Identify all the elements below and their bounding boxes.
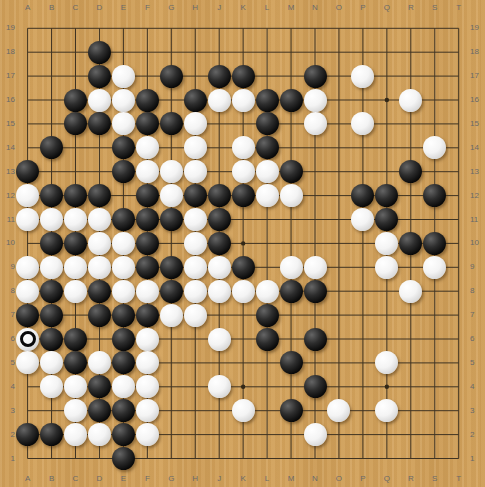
stone-black-G8	[160, 280, 183, 303]
stone-black-S10	[423, 232, 446, 255]
stone-white-H14	[184, 136, 207, 159]
stone-white-R16	[399, 89, 422, 112]
stone-black-E2	[112, 423, 135, 446]
stone-white-E16	[112, 89, 135, 112]
stone-black-E6	[112, 328, 135, 351]
column-label-top: R	[402, 3, 420, 13]
stone-white-F13	[136, 160, 159, 183]
stone-black-F12	[136, 184, 159, 207]
stone-black-D17	[88, 65, 111, 88]
row-label-left: 11	[1, 215, 15, 225]
stone-black-K9	[232, 256, 255, 279]
row-label-left: 7	[1, 310, 15, 320]
stone-black-B2	[40, 423, 63, 446]
stone-white-K8	[232, 280, 255, 303]
column-label-bottom: R	[402, 474, 420, 484]
column-label-bottom: L	[258, 474, 276, 484]
stone-white-F6	[136, 328, 159, 351]
stone-black-B12	[40, 184, 63, 207]
stone-black-M13	[280, 160, 303, 183]
stone-black-L14	[256, 136, 279, 159]
row-label-right: 13	[470, 167, 484, 177]
column-label-top: F	[138, 3, 156, 13]
stone-white-H15	[184, 112, 207, 135]
column-label-bottom: D	[90, 474, 108, 484]
stone-black-D8	[88, 280, 111, 303]
stone-black-C10	[64, 232, 87, 255]
row-label-left: 5	[1, 358, 15, 368]
row-label-right: 15	[470, 119, 484, 129]
stone-black-E11	[112, 208, 135, 231]
stone-white-S9	[423, 256, 446, 279]
column-label-top: H	[186, 3, 204, 13]
stone-white-H9	[184, 256, 207, 279]
column-label-top: M	[282, 3, 300, 13]
column-label-top: P	[354, 3, 372, 13]
stone-black-K17	[232, 65, 255, 88]
stone-black-F7	[136, 304, 159, 327]
stone-white-K14	[232, 136, 255, 159]
stone-white-A9	[16, 256, 39, 279]
stone-white-L12	[256, 184, 279, 207]
stone-white-marked-A6	[16, 328, 39, 351]
column-label-top: K	[234, 3, 252, 13]
stone-black-J12	[208, 184, 231, 207]
row-label-left: 4	[1, 382, 15, 392]
column-label-bottom: H	[186, 474, 204, 484]
stone-white-E8	[112, 280, 135, 303]
stone-white-K13	[232, 160, 255, 183]
stone-white-J9	[208, 256, 231, 279]
row-label-right: 4	[470, 382, 484, 392]
column-label-top: G	[162, 3, 180, 13]
row-label-right: 5	[470, 358, 484, 368]
go-board[interactable]: AABBCCDDEEFFGGHHJJKKLLMMNNOOPPQQRRSSTT19…	[0, 0, 485, 487]
row-label-right: 7	[470, 310, 484, 320]
stone-black-C12	[64, 184, 87, 207]
stone-black-F11	[136, 208, 159, 231]
stone-white-H7	[184, 304, 207, 327]
row-label-left: 14	[1, 143, 15, 153]
stone-white-G13	[160, 160, 183, 183]
stone-black-J10	[208, 232, 231, 255]
row-label-left: 3	[1, 406, 15, 416]
row-label-right: 8	[470, 286, 484, 296]
row-label-left: 6	[1, 334, 15, 344]
stone-white-B11	[40, 208, 63, 231]
stone-black-J11	[208, 208, 231, 231]
stone-white-J8	[208, 280, 231, 303]
stone-black-B6	[40, 328, 63, 351]
stone-white-M12	[280, 184, 303, 207]
row-label-right: 1	[470, 454, 484, 464]
row-label-left: 9	[1, 262, 15, 272]
stone-white-F4	[136, 375, 159, 398]
stone-black-C16	[64, 89, 87, 112]
column-label-bottom: P	[354, 474, 372, 484]
stone-white-D11	[88, 208, 111, 231]
stone-black-H12	[184, 184, 207, 207]
star-point	[385, 385, 389, 389]
row-label-left: 13	[1, 167, 15, 177]
stone-black-G11	[160, 208, 183, 231]
stone-white-K3	[232, 399, 255, 422]
stone-white-G7	[160, 304, 183, 327]
row-label-left: 15	[1, 119, 15, 129]
star-point	[241, 385, 245, 389]
stone-white-G12	[160, 184, 183, 207]
stone-white-C11	[64, 208, 87, 231]
stone-black-E1	[112, 447, 135, 470]
stone-black-M5	[280, 351, 303, 374]
column-label-top: E	[114, 3, 132, 13]
row-label-left: 2	[1, 430, 15, 440]
stone-white-E10	[112, 232, 135, 255]
row-label-right: 17	[470, 71, 484, 81]
stone-white-F3	[136, 399, 159, 422]
row-label-left: 12	[1, 191, 15, 201]
stone-white-C9	[64, 256, 87, 279]
column-label-bottom: S	[426, 474, 444, 484]
stone-black-N8	[304, 280, 327, 303]
column-label-bottom: F	[138, 474, 156, 484]
stone-white-D9	[88, 256, 111, 279]
stone-white-A11	[16, 208, 39, 231]
stone-white-D16	[88, 89, 111, 112]
stone-black-B8	[40, 280, 63, 303]
column-label-bottom: G	[162, 474, 180, 484]
column-label-bottom: T	[450, 474, 468, 484]
stone-black-G9	[160, 256, 183, 279]
stone-white-N16	[304, 89, 327, 112]
column-label-top: O	[330, 3, 348, 13]
stone-white-N15	[304, 112, 327, 135]
stone-black-L6	[256, 328, 279, 351]
stone-white-F14	[136, 136, 159, 159]
stone-black-C6	[64, 328, 87, 351]
stone-white-P17	[351, 65, 374, 88]
row-label-left: 8	[1, 286, 15, 296]
row-label-left: 16	[1, 95, 15, 105]
stone-black-F10	[136, 232, 159, 255]
column-label-top: C	[67, 3, 85, 13]
row-label-right: 14	[470, 143, 484, 153]
stone-white-D2	[88, 423, 111, 446]
column-label-top: Q	[378, 3, 396, 13]
stone-white-J6	[208, 328, 231, 351]
row-label-right: 19	[470, 23, 484, 33]
stone-black-J17	[208, 65, 231, 88]
stone-white-R8	[399, 280, 422, 303]
stone-black-B7	[40, 304, 63, 327]
stone-black-N4	[304, 375, 327, 398]
stone-white-H13	[184, 160, 207, 183]
row-label-right: 16	[470, 95, 484, 105]
stone-white-E17	[112, 65, 135, 88]
column-label-top: B	[43, 3, 61, 13]
stone-black-A7	[16, 304, 39, 327]
stone-black-N6	[304, 328, 327, 351]
column-label-bottom: M	[282, 474, 300, 484]
stone-black-H16	[184, 89, 207, 112]
stone-black-F9	[136, 256, 159, 279]
row-label-right: 2	[470, 430, 484, 440]
stone-black-M16	[280, 89, 303, 112]
stone-black-M8	[280, 280, 303, 303]
stone-black-G17	[160, 65, 183, 88]
stone-black-K12	[232, 184, 255, 207]
stone-white-B9	[40, 256, 63, 279]
stone-white-H8	[184, 280, 207, 303]
row-label-right: 9	[470, 262, 484, 272]
stone-black-E7	[112, 304, 135, 327]
column-label-top: L	[258, 3, 276, 13]
row-label-right: 18	[470, 47, 484, 57]
column-label-top: N	[306, 3, 324, 13]
stone-white-H11	[184, 208, 207, 231]
stone-white-K16	[232, 89, 255, 112]
stone-black-L15	[256, 112, 279, 135]
stone-white-M9	[280, 256, 303, 279]
stone-white-L8	[256, 280, 279, 303]
star-point	[385, 98, 389, 102]
column-label-bottom: K	[234, 474, 252, 484]
stone-white-N9	[304, 256, 327, 279]
row-label-right: 11	[470, 215, 484, 225]
row-label-right: 10	[470, 238, 484, 248]
stone-black-M3	[280, 399, 303, 422]
column-label-bottom: C	[67, 474, 85, 484]
column-label-bottom: E	[114, 474, 132, 484]
stone-white-C2	[64, 423, 87, 446]
stone-black-B10	[40, 232, 63, 255]
stone-white-N2	[304, 423, 327, 446]
column-label-bottom: A	[19, 474, 37, 484]
stone-black-D12	[88, 184, 111, 207]
row-label-left: 17	[1, 71, 15, 81]
stone-white-J4	[208, 375, 231, 398]
row-label-right: 12	[470, 191, 484, 201]
stone-white-A8	[16, 280, 39, 303]
stone-white-C8	[64, 280, 87, 303]
column-label-bottom: O	[330, 474, 348, 484]
stone-white-E9	[112, 256, 135, 279]
stone-white-Q9	[375, 256, 398, 279]
stone-black-F16	[136, 89, 159, 112]
stone-black-L16	[256, 89, 279, 112]
row-label-left: 1	[1, 454, 15, 464]
star-point	[241, 241, 245, 245]
stone-black-N17	[304, 65, 327, 88]
stone-black-E13	[112, 160, 135, 183]
column-label-bottom: Q	[378, 474, 396, 484]
column-label-bottom: N	[306, 474, 324, 484]
row-label-left: 18	[1, 47, 15, 57]
row-label-right: 6	[470, 334, 484, 344]
row-label-left: 19	[1, 23, 15, 33]
stone-white-F2	[136, 423, 159, 446]
stone-white-L13	[256, 160, 279, 183]
column-label-top: J	[210, 3, 228, 13]
stone-black-D7	[88, 304, 111, 327]
column-label-bottom: J	[210, 474, 228, 484]
stone-white-J16	[208, 89, 231, 112]
stone-white-H10	[184, 232, 207, 255]
row-label-left: 10	[1, 238, 15, 248]
column-label-top: S	[426, 3, 444, 13]
stone-white-D10	[88, 232, 111, 255]
stone-white-F8	[136, 280, 159, 303]
column-label-top: A	[19, 3, 37, 13]
stone-black-E3	[112, 399, 135, 422]
column-label-top: D	[90, 3, 108, 13]
stone-black-L7	[256, 304, 279, 327]
column-label-top: T	[450, 3, 468, 13]
stone-black-D3	[88, 399, 111, 422]
stone-black-D18	[88, 41, 111, 64]
row-label-right: 3	[470, 406, 484, 416]
column-label-bottom: B	[43, 474, 61, 484]
